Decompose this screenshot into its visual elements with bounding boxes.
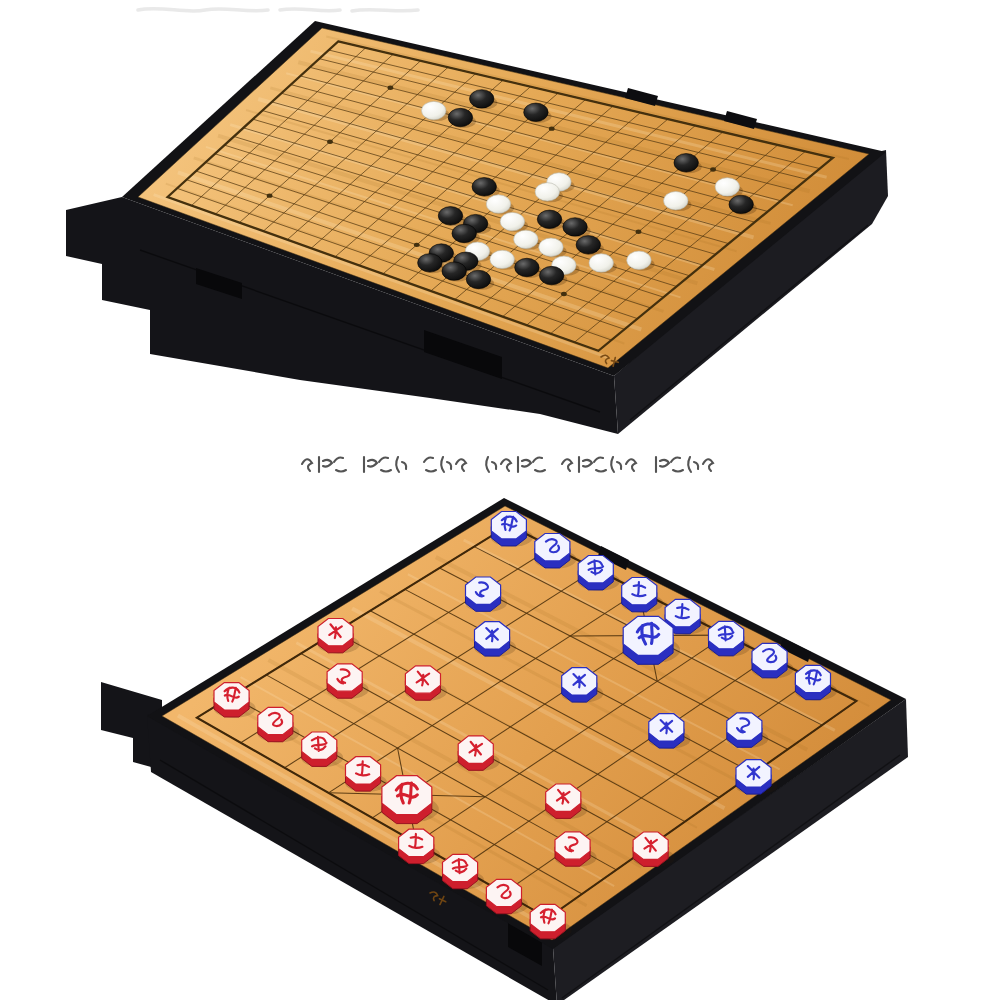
go-stone-black (466, 270, 490, 288)
go-stone-black (470, 90, 494, 108)
go-stone-black (524, 103, 548, 121)
go-star-point (636, 230, 642, 234)
go-stone-black (576, 236, 600, 254)
go-stone-white (664, 191, 688, 209)
go-stone-black (472, 178, 496, 196)
janggi-set (101, 498, 908, 1000)
caption-text: 4개의 서랍이 내장된 명인랜드 바둑+장기 양면게임 (290, 448, 730, 500)
go-stone-black (448, 108, 472, 126)
go-star-point (267, 193, 273, 197)
go-star-point (710, 167, 716, 171)
go-stone-black (537, 210, 561, 228)
go-stone-white (715, 178, 739, 196)
go-stone-white (422, 101, 446, 119)
go-stone-white (490, 250, 514, 268)
go-stone-black (438, 207, 462, 225)
product-photo: 4개의 서랍이 내장된 명인랜드 바둑+장기 양면게임 (0, 0, 1000, 1000)
go-set (66, 21, 888, 434)
go-stone-black (539, 266, 563, 284)
go-stone-black (418, 254, 442, 272)
go-stone-white (500, 212, 524, 230)
photo-canvas (0, 0, 1000, 1000)
go-star-point (388, 86, 394, 90)
go-stone-black (515, 258, 539, 276)
go-stone-black (729, 195, 753, 213)
go-stone-white (514, 230, 538, 248)
go-stone-black (674, 154, 698, 172)
go-star-point (414, 243, 420, 247)
go-stone-white (589, 254, 613, 272)
go-star-point (549, 126, 555, 130)
go-stone-black (452, 224, 476, 242)
go-star-point (327, 140, 333, 144)
caption-handwritten: 4개의 서랍이 내장된 명인랜드 바둑+장기 양면게임 (290, 442, 730, 488)
watermark-smudge (138, 8, 418, 11)
go-stone-white (627, 251, 651, 269)
go-stone-white (539, 238, 563, 256)
go-stone-black (442, 262, 466, 280)
go-stone-white (535, 183, 559, 201)
go-stone-white (486, 195, 510, 213)
go-star-point (561, 292, 567, 296)
go-stone-black (563, 218, 587, 236)
